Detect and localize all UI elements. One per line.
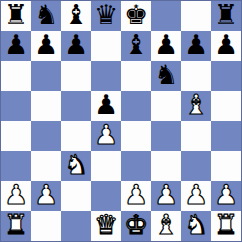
white-pawn[interactable]: ♟ xyxy=(94,121,118,150)
black-bishop[interactable]: ♝ xyxy=(64,1,88,30)
square-h8[interactable]: ♜ xyxy=(211,1,241,31)
square-b7[interactable]: ♟ xyxy=(31,31,61,61)
square-e8[interactable]: ♚ xyxy=(121,1,151,31)
square-f2[interactable]: ♟ xyxy=(151,181,181,211)
black-pawn[interactable]: ♟ xyxy=(214,31,238,60)
square-g7[interactable]: ♟ xyxy=(181,31,211,61)
square-d1[interactable]: ♛ xyxy=(91,211,121,241)
black-pawn[interactable]: ♟ xyxy=(184,31,208,60)
square-f5[interactable] xyxy=(151,91,181,121)
square-h6[interactable] xyxy=(211,61,241,91)
black-king[interactable]: ♚ xyxy=(124,1,148,30)
black-pawn[interactable]: ♟ xyxy=(154,31,178,60)
white-bishop[interactable]: ♝ xyxy=(154,211,178,240)
square-c4[interactable] xyxy=(61,121,91,151)
square-e4[interactable] xyxy=(121,121,151,151)
square-a2[interactable]: ♟ xyxy=(1,181,31,211)
square-a1[interactable]: ♜ xyxy=(1,211,31,241)
black-pawn[interactable]: ♟ xyxy=(64,31,88,60)
square-c8[interactable]: ♝ xyxy=(61,1,91,31)
chess-board: ♜♞♝♛♚♜♟♟♟♝♟♟♟♞♟♝♟♞♟♟♟♟♟♟♜♛♚♝♞♜ xyxy=(0,0,242,242)
square-f7[interactable]: ♟ xyxy=(151,31,181,61)
square-b3[interactable] xyxy=(31,151,61,181)
square-b1[interactable] xyxy=(31,211,61,241)
black-knight[interactable]: ♞ xyxy=(154,61,178,90)
square-g4[interactable] xyxy=(181,121,211,151)
square-b2[interactable]: ♟ xyxy=(31,181,61,211)
square-g6[interactable] xyxy=(181,61,211,91)
black-bishop[interactable]: ♝ xyxy=(124,31,148,60)
square-b5[interactable] xyxy=(31,91,61,121)
black-pawn[interactable]: ♟ xyxy=(4,31,28,60)
square-d3[interactable] xyxy=(91,151,121,181)
square-b4[interactable] xyxy=(31,121,61,151)
square-e2[interactable]: ♟ xyxy=(121,181,151,211)
square-e7[interactable]: ♝ xyxy=(121,31,151,61)
white-queen[interactable]: ♛ xyxy=(94,211,118,240)
square-h4[interactable] xyxy=(211,121,241,151)
square-h2[interactable]: ♟ xyxy=(211,181,241,211)
square-e5[interactable] xyxy=(121,91,151,121)
white-bishop[interactable]: ♝ xyxy=(184,91,208,120)
square-d5[interactable]: ♟ xyxy=(91,91,121,121)
square-c2[interactable] xyxy=(61,181,91,211)
square-g3[interactable] xyxy=(181,151,211,181)
square-h5[interactable] xyxy=(211,91,241,121)
square-h7[interactable]: ♟ xyxy=(211,31,241,61)
black-pawn[interactable]: ♟ xyxy=(94,91,118,120)
square-g1[interactable]: ♞ xyxy=(181,211,211,241)
black-knight[interactable]: ♞ xyxy=(34,1,58,30)
square-a5[interactable] xyxy=(1,91,31,121)
square-f4[interactable] xyxy=(151,121,181,151)
square-f8[interactable] xyxy=(151,1,181,31)
white-king[interactable]: ♚ xyxy=(124,211,148,240)
black-rook[interactable]: ♜ xyxy=(214,1,238,30)
square-a7[interactable]: ♟ xyxy=(1,31,31,61)
white-knight[interactable]: ♞ xyxy=(184,211,208,240)
black-pawn[interactable]: ♟ xyxy=(34,31,58,60)
square-c5[interactable] xyxy=(61,91,91,121)
white-pawn[interactable]: ♟ xyxy=(154,181,178,210)
square-a6[interactable] xyxy=(1,61,31,91)
square-c1[interactable] xyxy=(61,211,91,241)
white-pawn[interactable]: ♟ xyxy=(124,181,148,210)
square-h3[interactable] xyxy=(211,151,241,181)
square-f1[interactable]: ♝ xyxy=(151,211,181,241)
square-d4[interactable]: ♟ xyxy=(91,121,121,151)
square-e1[interactable]: ♚ xyxy=(121,211,151,241)
white-pawn[interactable]: ♟ xyxy=(214,181,238,210)
black-rook[interactable]: ♜ xyxy=(4,1,28,30)
white-knight[interactable]: ♞ xyxy=(64,151,88,180)
square-e6[interactable] xyxy=(121,61,151,91)
white-pawn[interactable]: ♟ xyxy=(34,181,58,210)
square-e3[interactable] xyxy=(121,151,151,181)
white-pawn[interactable]: ♟ xyxy=(184,181,208,210)
square-d8[interactable]: ♛ xyxy=(91,1,121,31)
square-d2[interactable] xyxy=(91,181,121,211)
black-queen[interactable]: ♛ xyxy=(94,1,118,30)
square-b8[interactable]: ♞ xyxy=(31,1,61,31)
square-c6[interactable] xyxy=(61,61,91,91)
white-pawn[interactable]: ♟ xyxy=(4,181,28,210)
white-rook[interactable]: ♜ xyxy=(214,211,238,240)
square-h1[interactable]: ♜ xyxy=(211,211,241,241)
white-rook[interactable]: ♜ xyxy=(4,211,28,240)
square-b6[interactable] xyxy=(31,61,61,91)
square-a4[interactable] xyxy=(1,121,31,151)
square-g8[interactable] xyxy=(181,1,211,31)
square-g2[interactable]: ♟ xyxy=(181,181,211,211)
square-f3[interactable] xyxy=(151,151,181,181)
square-c7[interactable]: ♟ xyxy=(61,31,91,61)
square-g5[interactable]: ♝ xyxy=(181,91,211,121)
square-c3[interactable]: ♞ xyxy=(61,151,91,181)
square-a3[interactable] xyxy=(1,151,31,181)
square-f6[interactable]: ♞ xyxy=(151,61,181,91)
square-a8[interactable]: ♜ xyxy=(1,1,31,31)
square-d7[interactable] xyxy=(91,31,121,61)
square-d6[interactable] xyxy=(91,61,121,91)
